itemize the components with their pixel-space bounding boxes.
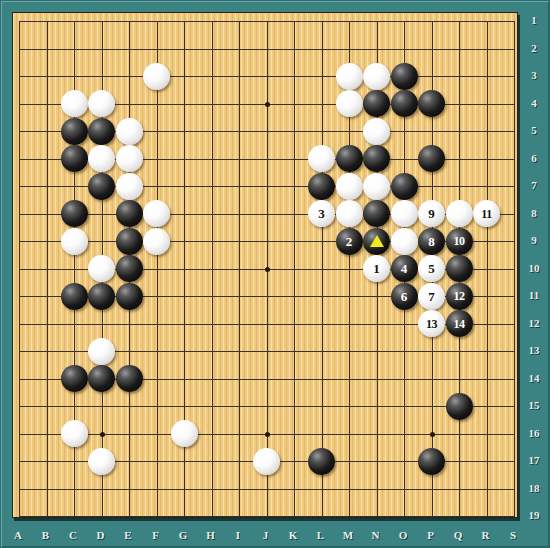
row-label: 15 <box>521 399 547 411</box>
stone-black <box>61 283 88 310</box>
stone-white <box>363 173 390 200</box>
move-number: 6 <box>401 290 408 303</box>
stone-white <box>61 90 88 117</box>
row-label: 13 <box>521 344 547 356</box>
row-label: 18 <box>521 482 547 494</box>
stone-white <box>336 90 363 117</box>
stone-black: 8 <box>418 228 445 255</box>
stone-white <box>88 448 115 475</box>
stone-white <box>88 255 115 282</box>
row-label: 7 <box>521 179 547 191</box>
stone-black <box>88 365 115 392</box>
row-label: 16 <box>521 427 547 439</box>
star-point <box>430 432 435 437</box>
move-number: 2 <box>346 235 353 248</box>
stone-black <box>88 283 115 310</box>
board-frame: 3911281014567121314 ABCDEFGHIJKLMNOPQRS1… <box>0 0 550 548</box>
stone-black <box>363 200 390 227</box>
row-label: 4 <box>521 97 547 109</box>
stone-white <box>61 228 88 255</box>
grid-hline <box>19 516 515 517</box>
stone-black: 14 <box>446 310 473 337</box>
stone-white <box>143 63 170 90</box>
stone-black <box>88 118 115 145</box>
stone-white <box>88 90 115 117</box>
column-label: P <box>421 529 441 541</box>
stone-white <box>363 118 390 145</box>
stone-black <box>61 200 88 227</box>
column-label: S <box>503 529 523 541</box>
row-label: 12 <box>521 317 547 329</box>
stone-black <box>391 63 418 90</box>
star-point <box>100 432 105 437</box>
grid-vline <box>322 21 323 517</box>
column-label: O <box>393 529 413 541</box>
stone-white <box>391 228 418 255</box>
stone-white <box>88 145 115 172</box>
stone-white: 5 <box>418 255 445 282</box>
stone-black: 10 <box>446 228 473 255</box>
column-label: I <box>228 529 248 541</box>
column-label: C <box>63 529 83 541</box>
stone-white: 3 <box>308 200 335 227</box>
stone-black <box>391 173 418 200</box>
column-label: J <box>256 529 276 541</box>
grid-vline <box>487 21 488 517</box>
stone-white <box>116 145 143 172</box>
stone-black <box>446 255 473 282</box>
move-number: 11 <box>481 208 491 220</box>
column-label: Q <box>448 529 468 541</box>
grid-hline <box>19 489 515 490</box>
row-label: 11 <box>521 289 547 301</box>
star-point <box>265 432 270 437</box>
grid-hline <box>19 406 515 407</box>
move-number: 5 <box>428 262 435 275</box>
column-label: H <box>201 529 221 541</box>
stone-white <box>143 228 170 255</box>
column-label: F <box>146 529 166 541</box>
stone-black <box>363 90 390 117</box>
column-label: A <box>8 529 28 541</box>
column-label: D <box>91 529 111 541</box>
row-label: 17 <box>521 454 547 466</box>
stone-black <box>308 173 335 200</box>
column-label: M <box>338 529 358 541</box>
move-number: 9 <box>428 207 435 220</box>
move-number: 13 <box>426 318 437 330</box>
move-number: 8 <box>428 235 435 248</box>
column-label: N <box>366 529 386 541</box>
stone-black <box>446 393 473 420</box>
move-number: 3 <box>318 207 325 220</box>
row-label: 6 <box>521 152 547 164</box>
stone-black <box>116 228 143 255</box>
stone-black: 2 <box>336 228 363 255</box>
row-label: 8 <box>521 207 547 219</box>
stone-white <box>446 200 473 227</box>
stone-black <box>116 255 143 282</box>
move-number: 14 <box>454 318 465 330</box>
column-label: R <box>476 529 496 541</box>
stone-black <box>391 90 418 117</box>
stone-black <box>61 118 88 145</box>
stone-white <box>61 420 88 447</box>
move-number: 10 <box>454 235 465 247</box>
row-label: 2 <box>521 42 547 54</box>
column-label: E <box>118 529 138 541</box>
move-number: 1 <box>373 262 380 275</box>
stone-black <box>61 145 88 172</box>
stone-black <box>363 145 390 172</box>
row-label: 1 <box>521 14 547 26</box>
row-label: 10 <box>521 262 547 274</box>
column-label: G <box>173 529 193 541</box>
stone-black <box>116 200 143 227</box>
stone-black <box>308 448 335 475</box>
stone-white <box>171 420 198 447</box>
stone-black <box>116 283 143 310</box>
column-label: L <box>311 529 331 541</box>
stone-black: 6 <box>391 283 418 310</box>
grid-vline <box>514 21 515 517</box>
column-label: B <box>36 529 56 541</box>
stone-black <box>88 173 115 200</box>
move-number: 4 <box>401 262 408 275</box>
stone-white <box>308 145 335 172</box>
stone-black <box>418 448 445 475</box>
stone-black <box>336 145 363 172</box>
stone-white <box>88 338 115 365</box>
row-label: 9 <box>521 234 547 246</box>
move-number: 7 <box>428 290 435 303</box>
row-label: 19 <box>521 509 547 521</box>
stone-black <box>418 90 445 117</box>
row-label: 14 <box>521 372 547 384</box>
stone-black <box>418 145 445 172</box>
stone-black <box>116 365 143 392</box>
go-board[interactable]: 3911281014567121314 <box>12 12 518 518</box>
stone-black <box>61 365 88 392</box>
stone-white <box>253 448 280 475</box>
star-point <box>265 267 270 272</box>
stone-white <box>116 118 143 145</box>
stone-white <box>336 173 363 200</box>
triangle-marker <box>370 235 384 247</box>
stone-white: 11 <box>473 200 500 227</box>
stone-white: 1 <box>363 255 390 282</box>
star-point <box>265 102 270 107</box>
stone-black: 4 <box>391 255 418 282</box>
stone-white: 7 <box>418 283 445 310</box>
stone-white <box>336 200 363 227</box>
stone-white: 13 <box>418 310 445 337</box>
row-label: 3 <box>521 69 547 81</box>
stone-white <box>363 63 390 90</box>
stone-white: 9 <box>418 200 445 227</box>
stone-black <box>363 228 390 255</box>
stone-white <box>391 200 418 227</box>
grid-vline <box>294 21 295 517</box>
stone-white <box>143 200 170 227</box>
move-number: 12 <box>454 290 465 302</box>
stone-white <box>336 63 363 90</box>
stone-white <box>116 173 143 200</box>
column-label: K <box>283 529 303 541</box>
stone-black: 12 <box>446 283 473 310</box>
row-label: 5 <box>521 124 547 136</box>
